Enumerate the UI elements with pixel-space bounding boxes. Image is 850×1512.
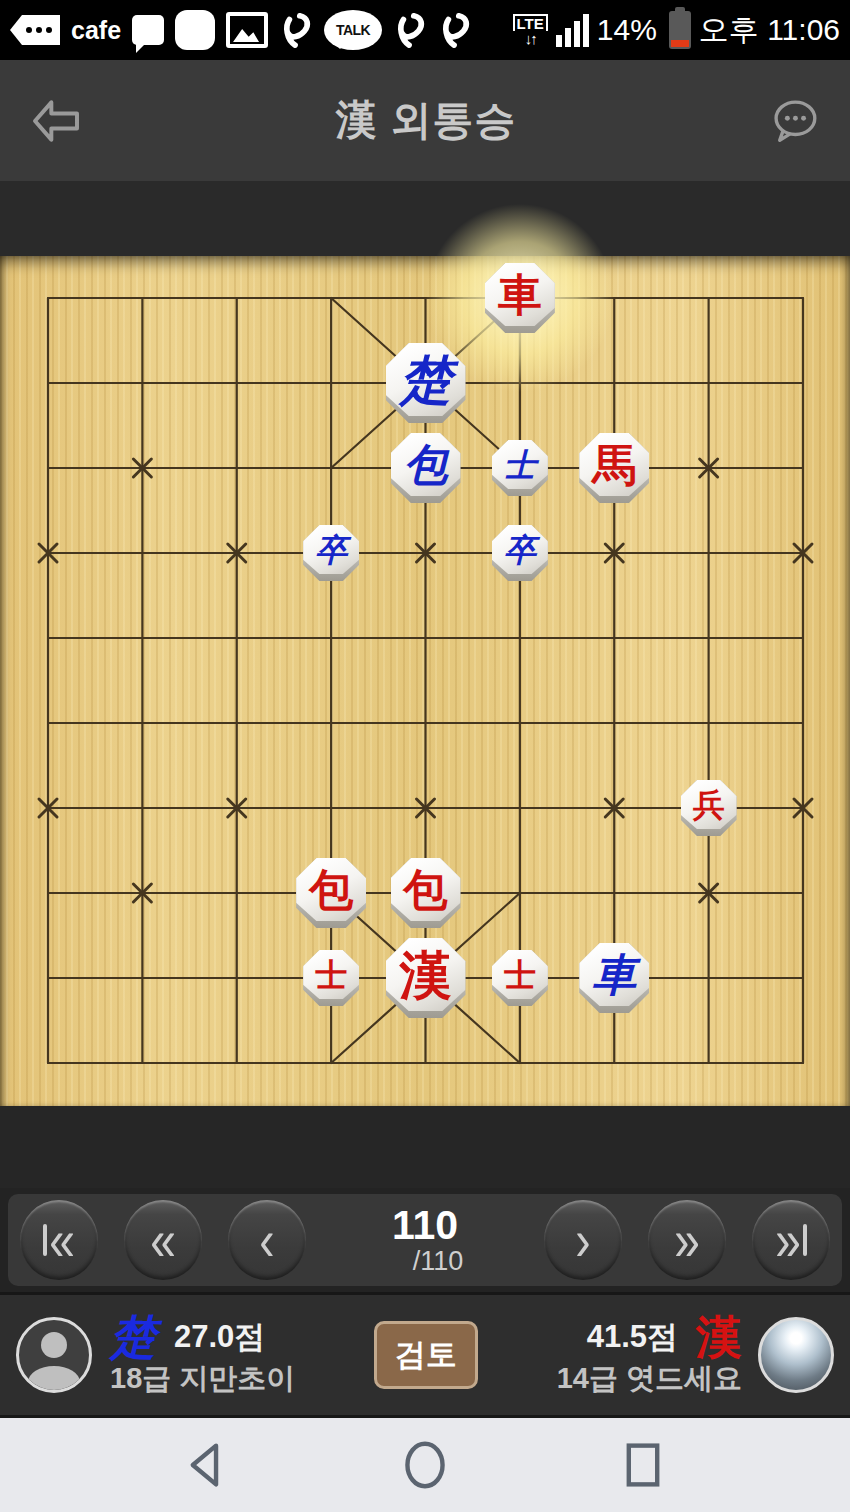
han-player-avatar[interactable] <box>758 1317 834 1393</box>
back-triangle-icon <box>176 1434 238 1496</box>
android-home-button[interactable] <box>394 1434 456 1496</box>
clock: 오후 11:06 <box>699 10 840 51</box>
android-back-button[interactable] <box>176 1434 238 1496</box>
cho-player-name: 18급 지만초이 <box>110 1360 295 1396</box>
piece-cho-advisor[interactable]: 士 <box>492 440 548 496</box>
piece-cho-pawn[interactable]: 卒 <box>492 525 548 581</box>
chat-bubble-icon <box>768 94 822 148</box>
board-bottom-gap <box>0 1106 850 1188</box>
back-arrow-icon <box>28 93 84 149</box>
cafe-label: cafe <box>71 16 121 45</box>
piece-cho-cannon[interactable]: 包 <box>391 433 461 503</box>
app-glyph-icon <box>438 10 472 50</box>
piece-han-cannon[interactable]: 包 <box>391 858 461 928</box>
go-end-button[interactable]: » <box>752 1200 830 1280</box>
player-bar: 楚 27.0점 18급 지만초이 검토 41.5점 漢 14급 엿드세요 <box>0 1292 850 1418</box>
piece-glyph: 車 <box>498 273 542 317</box>
kakaotalk-icon: TALK <box>324 10 382 50</box>
cafe-notification-icon <box>10 15 60 45</box>
android-nav-bar <box>0 1418 850 1512</box>
piece-han-advisor[interactable]: 士 <box>303 950 359 1006</box>
move-nav-panel: ««‹ 110 /110 ›»» <box>8 1194 842 1286</box>
piece-cho-general[interactable]: 楚 <box>386 343 466 423</box>
piece-glyph: 楚 <box>400 354 452 406</box>
app-glyph-icon <box>279 10 313 50</box>
han-score: 41.5점 <box>587 1318 678 1357</box>
piece-glyph: 士 <box>315 959 347 991</box>
total-moves: /110 <box>387 1247 464 1275</box>
piece-han-advisor[interactable]: 士 <box>492 950 548 1006</box>
piece-han-pawn[interactable]: 兵 <box>681 780 737 836</box>
app-square-icon <box>175 10 215 50</box>
app-glyph-icon <box>393 10 427 50</box>
piece-glyph: 卒 <box>504 534 536 566</box>
piece-han-cannon[interactable]: 包 <box>296 858 366 928</box>
lte-icon: LTE↓↑ <box>513 14 548 46</box>
header-board-gap <box>0 181 850 256</box>
go-start-button[interactable]: « <box>20 1200 98 1280</box>
piece-glyph: 卒 <box>315 534 347 566</box>
image-notification-icon <box>226 12 268 48</box>
piece-cho-pawn[interactable]: 卒 <box>303 525 359 581</box>
status-bar: cafe TALK LTE↓↑ 14% 오후 11:06 <box>0 0 850 60</box>
signal-bars-icon <box>556 13 589 47</box>
piece-han-general[interactable]: 漢 <box>386 938 466 1018</box>
recents-square-icon <box>612 1434 674 1496</box>
battery-icon <box>669 11 691 49</box>
piece-glyph: 兵 <box>693 789 725 821</box>
piece-glyph: 包 <box>404 443 448 487</box>
chat-button[interactable] <box>768 94 822 148</box>
piece-glyph: 車 <box>592 953 636 997</box>
android-recents-button[interactable] <box>612 1434 674 1496</box>
battery-percent: 14% <box>597 13 657 47</box>
piece-han-chariot[interactable]: 車 <box>485 263 555 333</box>
han-side-mark: 漢 <box>696 1314 742 1360</box>
page-title: 漢 외통승 <box>336 93 516 148</box>
piece-glyph: 馬 <box>592 443 636 487</box>
back-fast-button[interactable]: « <box>124 1200 202 1280</box>
forward-one-button[interactable]: › <box>544 1200 622 1280</box>
piece-han-horse[interactable]: 馬 <box>579 433 649 503</box>
piece-glyph: 漢 <box>400 949 452 1001</box>
back-one-button[interactable]: ‹ <box>228 1200 306 1280</box>
piece-glyph: 包 <box>309 868 353 912</box>
home-circle-icon <box>394 1434 456 1496</box>
back-button[interactable] <box>28 93 84 149</box>
move-counter: 110 /110 <box>365 1204 485 1275</box>
move-nav-area: ««‹ 110 /110 ›»» <box>0 1188 850 1292</box>
cho-side-mark: 楚 <box>110 1314 156 1360</box>
han-player-name: 14급 엿드세요 <box>557 1360 742 1396</box>
janggi-board[interactable]: 車楚包士馬卒卒兵包包士漢士車 <box>0 256 850 1106</box>
speech-bubble-icon <box>132 15 164 45</box>
piece-glyph: 士 <box>504 449 536 481</box>
cho-score: 27.0점 <box>174 1318 265 1357</box>
forward-fast-button[interactable]: » <box>648 1200 726 1280</box>
review-button[interactable]: 검토 <box>374 1321 478 1389</box>
piece-cho-chariot[interactable]: 車 <box>579 943 649 1013</box>
piece-glyph: 士 <box>504 959 536 991</box>
cho-player-avatar[interactable] <box>16 1317 92 1393</box>
piece-glyph: 包 <box>404 868 448 912</box>
current-move: 110 <box>392 1204 458 1247</box>
app-header: 漢 외통승 <box>0 60 850 181</box>
